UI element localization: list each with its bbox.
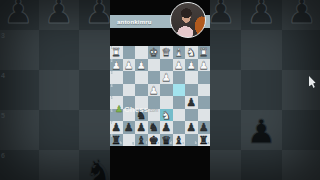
square-h2[interactable]: ♟2	[110, 59, 123, 72]
square-b1[interactable]: ♞	[185, 46, 198, 59]
player-name: antonkimru	[117, 19, 152, 25]
square-e3[interactable]	[148, 71, 161, 84]
chesscom-logo-tld: .com	[149, 108, 159, 113]
file-label-b: b	[195, 142, 197, 145]
bg-square-g4	[39, 70, 80, 110]
square-h7[interactable]: ♟7	[110, 121, 123, 134]
piece-black-P-f7[interactable]: ♟	[135, 121, 148, 134]
bg-square-a4	[282, 70, 320, 110]
piece-white-P-a2[interactable]: ♟	[198, 59, 211, 72]
square-a3[interactable]	[198, 71, 211, 84]
square-h4[interactable]: 4	[110, 84, 123, 97]
bg-square-h6: 6	[0, 150, 39, 180]
file-label-h: h	[120, 142, 122, 145]
square-a6[interactable]	[198, 109, 211, 122]
piece-white-P-a2: ♟	[282, 0, 320, 30]
piece-white-P-b2[interactable]: ♟	[185, 59, 198, 72]
square-f4[interactable]	[135, 84, 148, 97]
bg-rank-label-6: 6	[1, 152, 5, 159]
piece-white-K-e1[interactable]: ♚	[148, 46, 161, 59]
chesscom-logo-text: Chess	[124, 105, 148, 114]
rank-label-8: 8	[111, 135, 113, 138]
square-g3[interactable]	[123, 71, 136, 84]
square-g7[interactable]: ♟	[123, 121, 136, 134]
piece-white-P-e4[interactable]: ♟	[148, 84, 161, 97]
piece-black-N-e7[interactable]: ♞	[148, 121, 161, 134]
square-e1[interactable]: ♚	[148, 46, 161, 59]
piece-black-P-b7[interactable]: ♟	[185, 121, 198, 134]
piece-white-P-h2: ♟	[0, 0, 39, 30]
piece-white-B-c1[interactable]: ♝	[173, 46, 186, 59]
square-f1[interactable]	[135, 46, 148, 59]
file-label-d: d	[170, 142, 172, 145]
square-c3[interactable]	[173, 71, 186, 84]
piece-black-P-b5: ♟	[241, 110, 282, 150]
rank-label-6: 6	[111, 110, 113, 113]
square-a2[interactable]: ♟	[198, 59, 211, 72]
piece-white-N-d6[interactable]: ♞	[160, 109, 173, 122]
square-c2[interactable]: ♟	[173, 59, 186, 72]
square-g4[interactable]	[123, 84, 136, 97]
square-e8[interactable]: ♚e	[148, 134, 161, 147]
piece-black-P-g7[interactable]: ♟	[123, 121, 136, 134]
square-a8[interactable]: ♜a	[198, 134, 211, 147]
square-e7[interactable]: ♞	[148, 121, 161, 134]
bg-square-b2: ♟	[241, 0, 282, 30]
square-d4[interactable]	[160, 84, 173, 97]
square-f2[interactable]: ♟	[135, 59, 148, 72]
webcam-avatar	[170, 2, 206, 38]
square-a4[interactable]	[198, 84, 211, 97]
chess-board[interactable]: ♜1♚♛♝♞♜♟2♟♟♟♟♟3♟4♟5♟6♞♞♟7♟♟♞♟♟♟♜8hg♝f♚e♛…	[110, 46, 210, 146]
square-c1[interactable]: ♝	[173, 46, 186, 59]
game-panel: antonkimru ♜1♚♛♝♞♜♟2♟♟♟♟♟3♟4♟5♟6♞♞♟7♟♟♞♟…	[110, 0, 210, 180]
bg-square-h4: 4	[0, 70, 39, 110]
square-h1[interactable]: ♜1	[110, 46, 123, 59]
piece-black-P-a7[interactable]: ♟	[198, 121, 211, 134]
square-f8[interactable]: ♝f	[135, 134, 148, 147]
square-b3[interactable]	[185, 71, 198, 84]
square-c8[interactable]: ♝c	[173, 134, 186, 147]
piece-white-P-g2[interactable]: ♟	[123, 59, 136, 72]
bg-square-a5	[282, 110, 320, 150]
piece-white-R-a1[interactable]: ♜	[198, 46, 211, 59]
bg-square-b4	[241, 70, 282, 110]
square-b8[interactable]: b	[185, 134, 198, 147]
piece-white-P-b2: ♟	[241, 0, 282, 30]
bg-square-g2: ♟	[39, 0, 80, 30]
bg-square-b6	[241, 150, 282, 180]
square-g1[interactable]	[123, 46, 136, 59]
square-d3[interactable]: ♟	[160, 71, 173, 84]
chesscom-logo: ♟ Chess .com	[115, 105, 158, 114]
square-c4[interactable]	[173, 84, 186, 97]
piece-white-Q-d1[interactable]: ♛	[160, 46, 173, 59]
square-c6[interactable]	[173, 109, 186, 122]
square-a7[interactable]: ♟	[198, 121, 211, 134]
square-a1[interactable]: ♜	[198, 46, 211, 59]
file-label-c: c	[182, 142, 184, 145]
square-b6[interactable]	[185, 109, 198, 122]
piece-white-N-b1[interactable]: ♞	[185, 46, 198, 59]
piece-black-P-d7[interactable]: ♟	[160, 121, 173, 134]
file-label-a: a	[207, 142, 209, 145]
rank-label-5: 5	[111, 97, 113, 100]
square-f7[interactable]: ♟	[135, 121, 148, 134]
square-g2[interactable]: ♟	[123, 59, 136, 72]
piece-white-P-f2[interactable]: ♟	[135, 59, 148, 72]
rank-label-2: 2	[111, 60, 113, 63]
square-d1[interactable]: ♛	[160, 46, 173, 59]
chesscom-pawn-icon: ♟	[115, 105, 123, 114]
file-label-g: g	[132, 142, 134, 145]
bg-square-g3	[39, 30, 80, 70]
piece-black-P-b5[interactable]: ♟	[185, 96, 198, 109]
square-f3[interactable]	[135, 71, 148, 84]
piece-white-P-g2: ♟	[39, 0, 80, 30]
bg-square-a2: ♟	[282, 0, 320, 30]
square-d5[interactable]	[160, 96, 173, 109]
bg-square-b5: ♟	[241, 110, 282, 150]
bg-square-g5	[39, 110, 80, 150]
square-b5[interactable]: ♟	[185, 96, 198, 109]
square-c5[interactable]	[173, 96, 186, 109]
square-e2[interactable]	[148, 59, 161, 72]
square-h3[interactable]: 3	[110, 71, 123, 84]
bg-rank-label-4: 4	[1, 72, 5, 79]
bg-square-h2: ♟	[0, 0, 39, 30]
square-g8[interactable]: g	[123, 134, 136, 147]
video-frame: ♟♟♟♟♟♟3♟4♟5♟6♞♞ antonkimru ♜1♚♛♝♞♜♟2♟♟♟♟…	[0, 0, 320, 180]
piece-white-P-d3[interactable]: ♟	[160, 71, 173, 84]
file-label-e: e	[157, 142, 159, 145]
square-c7[interactable]	[173, 121, 186, 134]
bg-square-g6	[39, 150, 80, 180]
square-b4[interactable]	[185, 84, 198, 97]
bg-rank-label-5: 5	[1, 112, 5, 119]
square-a5[interactable]	[198, 96, 211, 109]
bg-square-b3	[241, 30, 282, 70]
rank-label-1: 1	[111, 47, 113, 50]
bg-square-a6	[282, 150, 320, 180]
rank-label-4: 4	[111, 85, 113, 88]
bg-square-h3: 3	[0, 30, 39, 70]
square-b2[interactable]: ♟	[185, 59, 198, 72]
square-d8[interactable]: ♛d	[160, 134, 173, 147]
square-h8[interactable]: ♜8h	[110, 134, 123, 147]
piece-white-P-c2[interactable]: ♟	[173, 59, 186, 72]
square-e4[interactable]: ♟	[148, 84, 161, 97]
bg-square-h5: 5	[0, 110, 39, 150]
square-d2[interactable]	[160, 59, 173, 72]
bg-square-a3	[282, 30, 320, 70]
rank-label-7: 7	[111, 122, 113, 125]
square-d7[interactable]: ♟	[160, 121, 173, 134]
square-d6[interactable]: ♞	[160, 109, 173, 122]
square-b7[interactable]: ♟	[185, 121, 198, 134]
rank-label-3: 3	[111, 72, 113, 75]
bg-rank-label-3: 3	[1, 32, 5, 39]
